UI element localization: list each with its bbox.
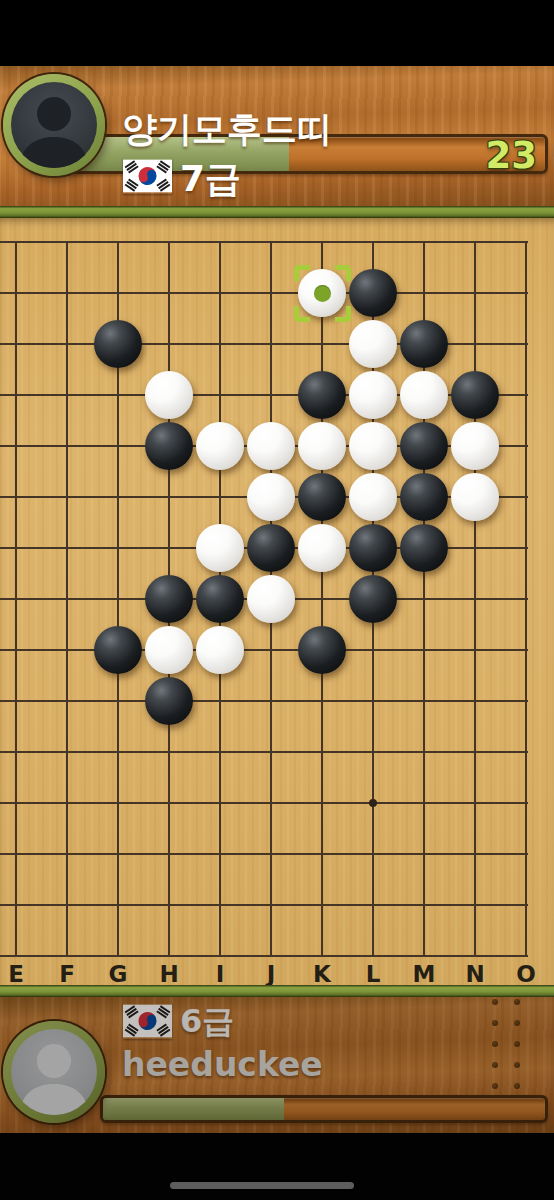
- board-intersection-M9[interactable]: [399, 523, 450, 574]
- app-screen: 23 양기모후드띠 7급 EFGHIJKLMNO: [0, 0, 554, 1200]
- status-bar: [0, 0, 554, 66]
- white-stone: [247, 575, 295, 623]
- bottom-player-avatar[interactable]: [3, 1021, 105, 1123]
- bottom-player-time-bar: [100, 1095, 548, 1123]
- board-intersection-M11[interactable]: [399, 421, 450, 472]
- board-intersection-M13[interactable]: [399, 319, 450, 370]
- board-intersection-M10[interactable]: [399, 472, 450, 523]
- top-player-avatar[interactable]: [3, 74, 105, 176]
- bottom-player-name: heeduckee: [122, 1045, 323, 1084]
- board-intersection-I7[interactable]: [195, 625, 246, 676]
- board[interactable]: EFGHIJKLMNO: [0, 218, 554, 985]
- black-stone: [400, 473, 448, 521]
- white-stone: [451, 422, 499, 470]
- black-stone: [145, 575, 193, 623]
- board-intersection-G7[interactable]: [93, 625, 144, 676]
- screw-dot: [492, 1041, 498, 1047]
- board-intersection-L9[interactable]: [348, 523, 399, 574]
- white-stone: [247, 422, 295, 470]
- board-intersection-L10[interactable]: [348, 472, 399, 523]
- black-stone: [196, 575, 244, 623]
- board-intersection-K7[interactable]: [297, 625, 348, 676]
- board-intersection-K12[interactable]: [297, 370, 348, 421]
- white-stone: [451, 473, 499, 521]
- bottom-player-rank: 6급: [180, 1000, 234, 1044]
- home-indicator[interactable]: [170, 1182, 354, 1189]
- board-intersection-K14[interactable]: [297, 268, 348, 319]
- korea-flag-icon: [123, 158, 172, 194]
- white-stone: [298, 524, 346, 572]
- white-stone: [196, 524, 244, 572]
- board-intersection-H6[interactable]: [144, 676, 195, 727]
- white-stone: [247, 473, 295, 521]
- screw-dot: [514, 1041, 520, 1047]
- screw-dot: [514, 1062, 520, 1068]
- screw-dot: [514, 1020, 520, 1026]
- screw-dot: [492, 1083, 498, 1089]
- white-stone: [349, 371, 397, 419]
- bottom-player-time-bar-fill: [103, 1098, 284, 1120]
- stone-grid: [0, 218, 552, 982]
- board-intersection-H7[interactable]: [144, 625, 195, 676]
- black-stone: [94, 320, 142, 368]
- board-intersection-N12[interactable]: [450, 370, 501, 421]
- screw-dot: [492, 999, 498, 1005]
- korea-flag-icon: [123, 1003, 172, 1039]
- board-intersection-I11[interactable]: [195, 421, 246, 472]
- timer-value: 23: [486, 134, 538, 174]
- black-stone: [349, 575, 397, 623]
- board-intersection-K11[interactable]: [297, 421, 348, 472]
- white-stone: [196, 626, 244, 674]
- white-stone: [298, 269, 346, 317]
- white-stone: [145, 371, 193, 419]
- board-intersection-H8[interactable]: [144, 574, 195, 625]
- black-stone: [400, 524, 448, 572]
- white-stone: [298, 422, 346, 470]
- black-stone: [94, 626, 142, 674]
- board-intersection-N11[interactable]: [450, 421, 501, 472]
- black-stone: [247, 524, 295, 572]
- screw-dot: [492, 1020, 498, 1026]
- bottom-system-area: [0, 1133, 554, 1200]
- white-stone: [400, 371, 448, 419]
- black-stone: [298, 371, 346, 419]
- black-stone: [145, 677, 193, 725]
- black-stone: [145, 422, 193, 470]
- white-stone: [145, 626, 193, 674]
- board-intersection-H12[interactable]: [144, 370, 195, 421]
- board-intersection-J11[interactable]: [246, 421, 297, 472]
- screw-dot: [492, 1062, 498, 1068]
- board-intersection-L8[interactable]: [348, 574, 399, 625]
- board-intersection-L13[interactable]: [348, 319, 399, 370]
- board-intersection-K9[interactable]: [297, 523, 348, 574]
- board-intersection-L14[interactable]: [348, 268, 399, 319]
- board-intersection-H11[interactable]: [144, 421, 195, 472]
- board-intersection-G13[interactable]: [93, 319, 144, 370]
- black-stone: [400, 422, 448, 470]
- black-stone: [298, 473, 346, 521]
- black-stone: [400, 320, 448, 368]
- white-stone: [349, 473, 397, 521]
- white-stone: [349, 320, 397, 368]
- divider-ribbon-bottom: [0, 985, 554, 997]
- board-intersection-M12[interactable]: [399, 370, 450, 421]
- black-stone: [349, 524, 397, 572]
- board-intersection-I8[interactable]: [195, 574, 246, 625]
- top-player-name: 양기모후드띠: [122, 106, 332, 153]
- divider-ribbon-top: [0, 206, 554, 218]
- white-stone: [349, 422, 397, 470]
- board-intersection-L12[interactable]: [348, 370, 399, 421]
- black-stone: [349, 269, 397, 317]
- board-intersection-I9[interactable]: [195, 523, 246, 574]
- black-stone: [451, 371, 499, 419]
- screw-dot: [514, 1083, 520, 1089]
- board-intersection-N10[interactable]: [450, 472, 501, 523]
- person-silhouette-icon: [11, 82, 97, 168]
- board-intersection-L11[interactable]: [348, 421, 399, 472]
- person-silhouette-icon: [11, 1029, 97, 1115]
- board-intersection-J10[interactable]: [246, 472, 297, 523]
- top-player-rank: 7급: [180, 155, 241, 204]
- black-stone: [298, 626, 346, 674]
- screw-dot: [514, 999, 520, 1005]
- board-intersection-K10[interactable]: [297, 472, 348, 523]
- board-intersection-J8[interactable]: [246, 574, 297, 625]
- board-intersection-J9[interactable]: [246, 523, 297, 574]
- white-stone: [196, 422, 244, 470]
